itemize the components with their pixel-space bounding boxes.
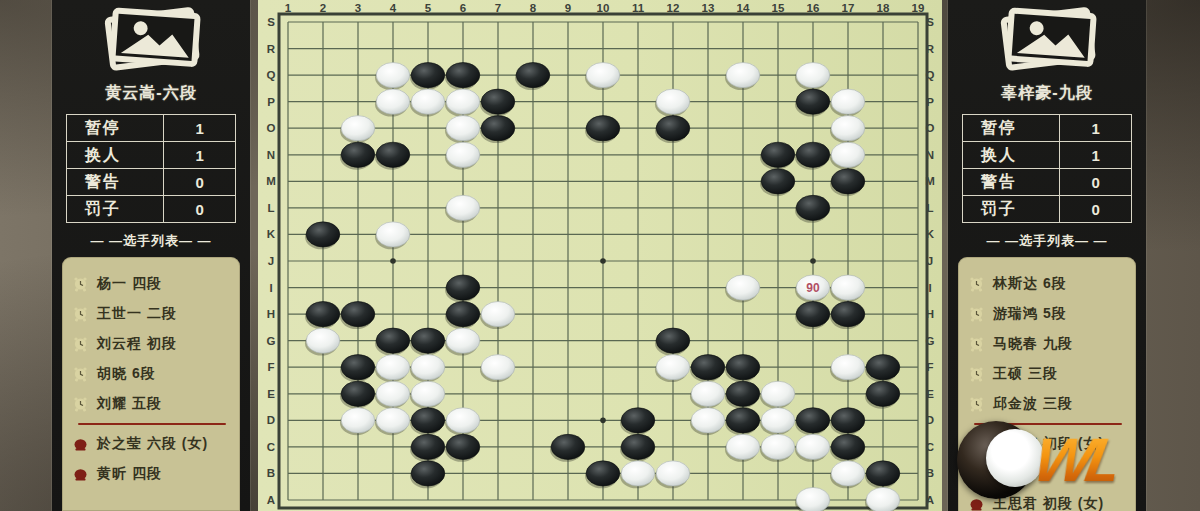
coord-label-left: K: [267, 228, 276, 240]
black-stone: [586, 116, 620, 141]
roster-player-name: 刘耀 五段: [97, 395, 162, 413]
coord-label-left: A: [267, 494, 275, 506]
coord-label-right: I: [928, 282, 931, 294]
move-number-marker: 90: [806, 281, 820, 295]
stat-row: 换人1: [963, 141, 1131, 168]
white-stone: [306, 328, 340, 353]
stat-value: 0: [1060, 169, 1131, 195]
black-stone: [306, 302, 340, 327]
black-stone: [551, 434, 585, 459]
coord-label-top: 1: [285, 2, 292, 14]
coord-label-left: S: [267, 16, 275, 28]
stat-row: 警告0: [67, 168, 235, 195]
black-stone: [831, 169, 865, 194]
right-roster-list: 林斯达 6段游瑞鸿 5段马晓春 九段王硕 三段邱金波 三段姜子萍 初段 (女)王…: [958, 257, 1136, 511]
stat-row: 罚子0: [67, 195, 235, 222]
roster-row: 杨一 四段: [72, 269, 232, 299]
coord-label-right: O: [926, 122, 935, 134]
black-stone: [761, 169, 795, 194]
coord-label-left: M: [266, 175, 276, 187]
roster-player-name: 王世一 二段: [97, 305, 177, 323]
coord-label-top: 15: [772, 2, 785, 14]
coord-label-left: E: [267, 388, 275, 400]
seal-icon: [72, 466, 89, 483]
roster-player-name: 杨一 四段: [97, 275, 162, 293]
black-stone: [796, 302, 830, 327]
roster-row: 马晓春 九段: [968, 329, 1128, 359]
roster-player-name: 游瑞鸿 5段: [993, 305, 1067, 323]
coord-label-top: 14: [737, 2, 750, 14]
black-stone: [726, 355, 760, 380]
black-stone: [376, 142, 410, 167]
white-stone: [621, 461, 655, 486]
white-stone: [726, 434, 760, 459]
coord-label-right: G: [926, 335, 935, 347]
right-stats-table: 暂停1换人1警告0罚子0: [962, 114, 1132, 223]
stat-label: 暂停: [67, 115, 164, 141]
black-stone: [341, 302, 375, 327]
roster-player-name: 姜子萍 初段 (女): [993, 435, 1104, 453]
coord-label-left: B: [267, 467, 275, 479]
stat-row: 暂停1: [963, 115, 1131, 141]
roster-row: 王思君 初段 (女): [968, 489, 1128, 511]
black-stone: [656, 328, 690, 353]
clock-icon: [72, 396, 89, 413]
coord-label-top: 4: [390, 2, 397, 14]
photo-placeholder-icon: [988, 5, 1106, 71]
seal-icon: [72, 436, 89, 453]
right-player-name: 辜梓豪-九段: [1001, 83, 1092, 104]
white-stone: [726, 63, 760, 88]
left-player-name: 黄云嵩-六段: [105, 83, 196, 104]
clock-icon: [968, 306, 985, 323]
roster-row: 刘耀 五段: [72, 389, 232, 419]
black-stone: [446, 434, 480, 459]
coord-label-left: O: [267, 122, 276, 134]
white-stone: [761, 381, 795, 406]
white-stone: [376, 355, 410, 380]
stat-label: 警告: [963, 169, 1060, 195]
coord-label-top: 16: [807, 2, 820, 14]
black-stone: [866, 355, 900, 380]
coord-label-left: P: [267, 96, 275, 108]
black-stone: [446, 63, 480, 88]
roster-row: 游瑞鸿 5段: [968, 299, 1128, 329]
white-stone: [481, 302, 515, 327]
white-stone: [726, 275, 760, 300]
coord-label-right: R: [926, 43, 935, 55]
white-stone: [446, 142, 480, 167]
white-stone: [376, 63, 410, 88]
coord-label-top: 10: [597, 2, 610, 14]
white-stone: [866, 487, 900, 511]
white-stone: [376, 381, 410, 406]
stat-value: 0: [164, 196, 235, 222]
black-stone: [516, 63, 550, 88]
roster-row: 姜子萍 初段 (女): [968, 429, 1128, 459]
roster-row: 王世一 二段: [72, 299, 232, 329]
white-stone: [446, 116, 480, 141]
coord-label-right: A: [926, 494, 934, 506]
black-stone: [481, 116, 515, 141]
white-stone: [446, 328, 480, 353]
stat-value: 1: [164, 142, 235, 168]
coord-label-right: C: [926, 441, 934, 453]
coord-label-right: M: [925, 175, 935, 187]
coord-label-left: C: [267, 441, 275, 453]
white-stone: [656, 355, 690, 380]
white-stone: [796, 434, 830, 459]
white-stone: [656, 461, 690, 486]
roster-player-name: 於之莹 六段 (女): [97, 435, 208, 453]
clock-icon: [968, 276, 985, 293]
roster-divider: [974, 423, 1122, 425]
coord-label-right: F: [926, 361, 933, 373]
coord-label-top: 11: [632, 2, 645, 14]
clock-icon: [968, 366, 985, 383]
coord-label-right: P: [926, 96, 934, 108]
roster-player-name: 黄昕 四段: [97, 465, 162, 483]
roster-player-name: 刘云程 初段: [97, 335, 177, 353]
white-stone: [376, 222, 410, 247]
black-stone: [306, 222, 340, 247]
coord-label-right: N: [926, 149, 934, 161]
roster-player-name: 王硕 三段: [993, 365, 1058, 383]
white-stone: [796, 487, 830, 511]
left-player-panel: 黄云嵩-六段 暂停1换人1警告0罚子0 — —选手列表— — 杨一 四段王世一 …: [52, 0, 250, 511]
stat-value: 1: [1060, 142, 1131, 168]
clock-icon: [72, 336, 89, 353]
coord-label-right: K: [926, 228, 935, 240]
black-stone: [796, 195, 830, 220]
black-stone: [796, 89, 830, 114]
roster-row: 黄昕 四段: [72, 459, 232, 489]
black-stone: [691, 355, 725, 380]
white-stone: [446, 195, 480, 220]
white-stone: [831, 142, 865, 167]
star-point: [600, 258, 606, 264]
star-point: [600, 418, 606, 424]
black-stone: [621, 434, 655, 459]
white-stone: [831, 355, 865, 380]
white-stone: [831, 275, 865, 300]
stat-row: 罚子0: [963, 195, 1131, 222]
black-stone: [586, 461, 620, 486]
black-stone: [411, 434, 445, 459]
coord-label-left: N: [267, 149, 275, 161]
white-stone: [656, 89, 690, 114]
coord-label-top: 9: [565, 2, 571, 14]
left-roster-list: 杨一 四段王世一 二段刘云程 初段胡晓 6段刘耀 五段於之莹 六段 (女)黄昕 …: [62, 257, 240, 511]
coord-label-top: 17: [842, 2, 855, 14]
black-stone: [376, 328, 410, 353]
roster-row: 林斯达 6段: [968, 269, 1128, 299]
black-stone: [831, 434, 865, 459]
white-stone: [411, 89, 445, 114]
coord-label-left: D: [267, 414, 275, 426]
coord-label-left: I: [269, 282, 272, 294]
white-stone: [831, 116, 865, 141]
coord-label-left: J: [268, 255, 274, 267]
stat-row: 换人1: [67, 141, 235, 168]
white-stone: [796, 63, 830, 88]
clock-icon: [968, 336, 985, 353]
coord-label-left: F: [267, 361, 274, 373]
stat-label: 换人: [67, 142, 164, 168]
coord-label-left: Q: [267, 69, 276, 81]
black-stone: [341, 355, 375, 380]
coord-label-top: 12: [667, 2, 680, 14]
roster-row: 於之莹 六段 (女): [72, 429, 232, 459]
white-stone: [341, 116, 375, 141]
roster-row: 胡晓 6段: [72, 359, 232, 389]
white-stone: [446, 408, 480, 433]
coord-label-top: 6: [460, 2, 466, 14]
white-stone: [831, 461, 865, 486]
seal-icon: [968, 466, 985, 483]
roster-row: [968, 459, 1128, 489]
white-stone: [411, 355, 445, 380]
black-stone: [796, 408, 830, 433]
stat-value: 0: [164, 169, 235, 195]
black-stone: [411, 461, 445, 486]
white-stone: [411, 381, 445, 406]
star-point: [810, 258, 816, 264]
clock-icon: [72, 276, 89, 293]
black-stone: [831, 408, 865, 433]
stat-label: 警告: [67, 169, 164, 195]
white-stone: [341, 408, 375, 433]
roster-row: 邱金波 三段: [968, 389, 1128, 419]
coord-label-left: L: [267, 202, 274, 214]
black-stone: [446, 275, 480, 300]
coord-label-top: 5: [425, 2, 432, 14]
roster-player-name: 王思君 初段 (女): [993, 495, 1104, 511]
roster-divider: [78, 423, 226, 425]
coord-label-right: Q: [926, 69, 935, 81]
stat-label: 换人: [963, 142, 1060, 168]
coord-label-left: R: [267, 43, 276, 55]
roster-row: 刘云程 初段: [72, 329, 232, 359]
clock-icon: [72, 306, 89, 323]
white-stone: [831, 89, 865, 114]
black-stone: [341, 381, 375, 406]
black-stone: [411, 63, 445, 88]
coord-label-left: G: [267, 335, 276, 347]
black-stone: [866, 461, 900, 486]
black-stone: [446, 302, 480, 327]
white-stone: [481, 355, 515, 380]
black-stone: [761, 142, 795, 167]
coord-label-top: 18: [877, 2, 890, 14]
roster-player-name: 邱金波 三段: [993, 395, 1073, 413]
roster-player-name: 林斯达 6段: [993, 275, 1067, 293]
stat-value: 0: [1060, 196, 1131, 222]
roster-player-name: 马晓春 九段: [993, 335, 1073, 353]
clock-icon: [968, 396, 985, 413]
coord-label-top: 2: [320, 2, 326, 14]
right-roster-title: — —选手列表— —: [986, 232, 1107, 250]
white-stone: [586, 63, 620, 88]
white-stone: [761, 408, 795, 433]
black-stone: [726, 381, 760, 406]
coord-label-top: 3: [355, 2, 361, 14]
stat-value: 1: [1060, 115, 1131, 141]
coord-label-left: H: [267, 308, 275, 320]
black-stone: [656, 116, 690, 141]
roster-player-name: 胡晓 6段: [97, 365, 156, 383]
black-stone: [411, 328, 445, 353]
stat-row: 暂停1: [67, 115, 235, 141]
coord-label-right: D: [926, 414, 934, 426]
white-stone: [376, 89, 410, 114]
coord-label-top: 19: [912, 2, 925, 14]
white-stone: [446, 89, 480, 114]
star-point: [390, 258, 396, 264]
white-stone: [691, 408, 725, 433]
clock-icon: [72, 366, 89, 383]
stat-label: 暂停: [963, 115, 1060, 141]
coord-label-right: H: [926, 308, 934, 320]
stat-label: 罚子: [963, 196, 1060, 222]
stat-label: 罚子: [67, 196, 164, 222]
black-stone: [866, 381, 900, 406]
coord-label-right: L: [926, 202, 933, 214]
black-stone: [411, 408, 445, 433]
white-stone: [376, 408, 410, 433]
coord-label-right: E: [926, 388, 934, 400]
seal-icon: [968, 436, 985, 453]
right-player-panel: 辜梓豪-九段 暂停1换人1警告0罚子0 — —选手列表— — 林斯达 6段游瑞鸿…: [948, 0, 1146, 511]
stat-value: 1: [164, 115, 235, 141]
coord-label-right: J: [927, 255, 933, 267]
white-stone: [761, 434, 795, 459]
coord-label-top: 13: [702, 2, 715, 14]
coord-label-top: 8: [530, 2, 537, 14]
stat-row: 警告0: [963, 168, 1131, 195]
go-board[interactable]: 12345678910111213141516171819SSRRQQPPOON…: [258, 0, 942, 511]
white-stone: [691, 381, 725, 406]
roster-row: 王硕 三段: [968, 359, 1128, 389]
black-stone: [621, 408, 655, 433]
coord-label-right: B: [926, 467, 934, 479]
black-stone: [831, 302, 865, 327]
left-roster-title: — —选手列表— —: [90, 232, 211, 250]
photo-placeholder-icon: [92, 5, 210, 71]
coord-label-right: S: [926, 16, 934, 28]
black-stone: [796, 142, 830, 167]
black-stone: [726, 408, 760, 433]
seal-icon: [968, 496, 985, 511]
left-stats-table: 暂停1换人1警告0罚子0: [66, 114, 236, 223]
black-stone: [481, 89, 515, 114]
black-stone: [341, 142, 375, 167]
coord-label-top: 7: [495, 2, 501, 14]
